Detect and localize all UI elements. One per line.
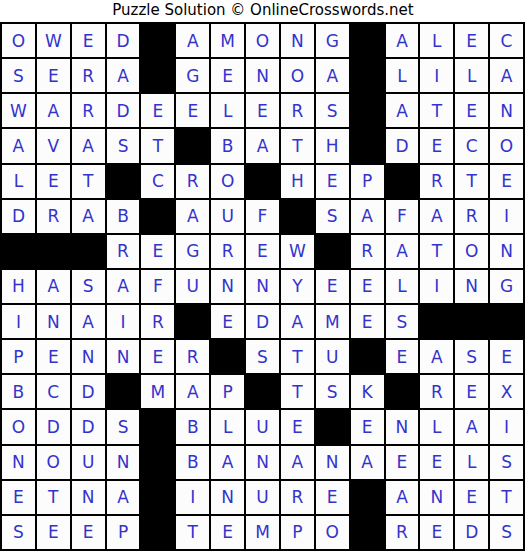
letter-cell: A — [211, 446, 244, 479]
letter-cell: S — [316, 200, 349, 233]
letter-cell: A — [72, 305, 105, 338]
letter-cell: R — [420, 375, 453, 408]
letter-cell: P — [351, 165, 384, 198]
letter-cell: P — [107, 516, 140, 549]
letter-cell: E — [37, 59, 70, 92]
crossword-grid: OWEDAMONGALECSERAGENOALILAWARDEELERSATEN… — [0, 22, 525, 551]
letter-cell: N — [455, 270, 488, 303]
black-cell — [107, 165, 140, 198]
letter-cell: N — [490, 235, 523, 268]
letter-cell: I — [420, 270, 453, 303]
letter-cell: R — [281, 481, 314, 514]
letter-cell: O — [246, 24, 279, 57]
letter-cell: P — [281, 516, 314, 549]
black-cell — [386, 375, 419, 408]
letter-cell: R — [107, 235, 140, 268]
letter-cell: N — [420, 481, 453, 514]
letter-cell: A — [107, 481, 140, 514]
black-cell — [246, 165, 279, 198]
black-cell — [351, 340, 384, 373]
letter-cell: C — [37, 375, 70, 408]
letter-cell: T — [490, 481, 523, 514]
letter-cell: M — [211, 24, 244, 57]
letter-cell: E — [37, 516, 70, 549]
letter-cell: R — [211, 235, 244, 268]
black-cell — [176, 129, 209, 162]
letter-cell: A — [107, 59, 140, 92]
letter-cell: O — [37, 446, 70, 479]
letter-cell: C — [455, 129, 488, 162]
letter-cell: W — [281, 235, 314, 268]
letter-cell: A — [246, 129, 279, 162]
letter-cell: X — [490, 375, 523, 408]
letter-cell: W — [37, 24, 70, 57]
letter-cell: I — [2, 305, 35, 338]
black-cell — [107, 375, 140, 408]
letter-cell: N — [246, 59, 279, 92]
letter-cell: A — [386, 481, 419, 514]
letter-cell: E — [316, 481, 349, 514]
letter-cell: I — [176, 481, 209, 514]
letter-cell: S — [246, 340, 279, 373]
letter-cell: M — [141, 375, 174, 408]
letter-cell: E — [351, 410, 384, 443]
letter-cell: E — [455, 375, 488, 408]
letter-cell: A — [107, 270, 140, 303]
letter-cell: D — [246, 305, 279, 338]
letter-cell: G — [316, 24, 349, 57]
letter-cell: E — [490, 165, 523, 198]
letter-cell: S — [490, 516, 523, 549]
letter-cell: N — [316, 446, 349, 479]
letter-cell: G — [176, 235, 209, 268]
letter-cell: E — [141, 94, 174, 127]
letter-cell: E — [72, 24, 105, 57]
letter-cell: E — [141, 340, 174, 373]
letter-cell: A — [176, 200, 209, 233]
letter-cell: H — [316, 129, 349, 162]
letter-cell: S — [316, 94, 349, 127]
letter-cell: A — [281, 305, 314, 338]
black-cell — [281, 200, 314, 233]
letter-cell: F — [246, 200, 279, 233]
black-cell — [2, 235, 35, 268]
letter-cell: B — [211, 129, 244, 162]
black-cell — [351, 481, 384, 514]
letter-cell: D — [455, 516, 488, 549]
letter-cell: P — [2, 340, 35, 373]
letter-cell: E — [455, 94, 488, 127]
letter-cell: E — [455, 24, 488, 57]
letter-cell: N — [211, 270, 244, 303]
letter-cell: M — [246, 516, 279, 549]
black-cell — [351, 24, 384, 57]
letter-cell: T — [72, 165, 105, 198]
letter-cell: N — [490, 94, 523, 127]
letter-cell: G — [176, 59, 209, 92]
letter-cell: L — [386, 59, 419, 92]
letter-cell: B — [2, 375, 35, 408]
letter-cell: R — [72, 94, 105, 127]
letter-cell: H — [2, 270, 35, 303]
black-cell — [351, 94, 384, 127]
black-cell — [351, 516, 384, 549]
letter-cell: L — [420, 410, 453, 443]
letter-cell: U — [246, 481, 279, 514]
letter-cell: E — [386, 340, 419, 373]
black-cell — [141, 59, 174, 92]
black-cell — [455, 305, 488, 338]
letter-cell: C — [490, 24, 523, 57]
letter-cell: V — [37, 129, 70, 162]
letter-cell: O — [316, 516, 349, 549]
letter-cell: O — [211, 165, 244, 198]
letter-cell: Y — [281, 270, 314, 303]
letter-cell: S — [490, 446, 523, 479]
letter-cell: O — [490, 129, 523, 162]
letter-cell: R — [176, 165, 209, 198]
letter-cell: R — [420, 165, 453, 198]
letter-cell: U — [72, 446, 105, 479]
letter-cell: D — [37, 410, 70, 443]
letter-cell: E — [211, 516, 244, 549]
letter-cell: O — [455, 235, 488, 268]
letter-cell: N — [246, 270, 279, 303]
letter-cell: N — [107, 446, 140, 479]
black-cell — [176, 305, 209, 338]
black-cell — [316, 410, 349, 443]
letter-cell: E — [351, 270, 384, 303]
letter-cell: E — [72, 516, 105, 549]
letter-cell: A — [72, 129, 105, 162]
black-cell — [37, 235, 70, 268]
letter-cell: A — [37, 94, 70, 127]
letter-cell: E — [37, 340, 70, 373]
black-cell — [141, 446, 174, 479]
letter-cell: B — [176, 446, 209, 479]
letter-cell: T — [141, 129, 174, 162]
letter-cell: H — [281, 165, 314, 198]
letter-cell: O — [281, 59, 314, 92]
letter-cell: D — [72, 410, 105, 443]
letter-cell: E — [455, 481, 488, 514]
letter-cell: T — [176, 516, 209, 549]
black-cell — [141, 24, 174, 57]
letter-cell: D — [2, 200, 35, 233]
letter-cell: R — [281, 94, 314, 127]
letter-cell: E — [176, 94, 209, 127]
letter-cell: A — [72, 200, 105, 233]
letter-cell: R — [455, 200, 488, 233]
letter-cell: E — [246, 235, 279, 268]
black-cell — [141, 481, 174, 514]
letter-cell: T — [420, 94, 453, 127]
letter-cell: U — [211, 200, 244, 233]
letter-cell: G — [490, 270, 523, 303]
letter-cell: I — [420, 59, 453, 92]
black-cell — [141, 516, 174, 549]
letter-cell: R — [351, 235, 384, 268]
letter-cell: S — [107, 129, 140, 162]
letter-cell: S — [2, 59, 35, 92]
letter-cell: A — [316, 59, 349, 92]
black-cell — [386, 165, 419, 198]
letter-cell: D — [107, 24, 140, 57]
letter-cell: A — [386, 24, 419, 57]
letter-cell: P — [211, 375, 244, 408]
letter-cell: A — [420, 200, 453, 233]
letter-cell: L — [2, 165, 35, 198]
letter-cell: C — [141, 165, 174, 198]
letter-cell: T — [281, 340, 314, 373]
letter-cell: S — [455, 340, 488, 373]
letter-cell: T — [37, 481, 70, 514]
letter-cell: N — [72, 340, 105, 373]
letter-cell: S — [316, 375, 349, 408]
letter-cell: N — [37, 305, 70, 338]
letter-cell: A — [386, 235, 419, 268]
letter-cell: N — [246, 446, 279, 479]
letter-cell: L — [455, 446, 488, 479]
letter-cell: A — [281, 446, 314, 479]
letter-cell: R — [37, 200, 70, 233]
letter-cell: E — [490, 340, 523, 373]
letter-cell: E — [246, 94, 279, 127]
letter-cell: A — [176, 375, 209, 408]
letter-cell: A — [2, 129, 35, 162]
letter-cell: D — [72, 375, 105, 408]
letter-cell: D — [107, 94, 140, 127]
letter-cell: N — [2, 446, 35, 479]
letter-cell: N — [281, 24, 314, 57]
letter-cell: A — [420, 340, 453, 373]
black-cell — [490, 305, 523, 338]
letter-cell: S — [72, 270, 105, 303]
letter-cell: I — [490, 410, 523, 443]
letter-cell: L — [386, 270, 419, 303]
letter-cell: E — [316, 165, 349, 198]
letter-cell: R — [72, 59, 105, 92]
letter-cell: N — [211, 481, 244, 514]
letter-cell: A — [351, 200, 384, 233]
letter-cell: R — [141, 305, 174, 338]
letter-cell: M — [316, 305, 349, 338]
letter-cell: E — [141, 235, 174, 268]
letter-cell: F — [141, 270, 174, 303]
letter-cell: S — [107, 410, 140, 443]
letter-cell: E — [351, 305, 384, 338]
letter-cell: N — [386, 410, 419, 443]
black-cell — [316, 235, 349, 268]
letter-cell: F — [386, 200, 419, 233]
letter-cell: A — [490, 59, 523, 92]
letter-cell: E — [211, 59, 244, 92]
letter-cell: R — [386, 516, 419, 549]
letter-cell: I — [107, 305, 140, 338]
letter-cell: B — [107, 200, 140, 233]
page-title: Puzzle Solution © OnlineCrosswords.net — [0, 0, 526, 22]
letter-cell: U — [176, 270, 209, 303]
letter-cell: A — [37, 270, 70, 303]
letter-cell: U — [316, 340, 349, 373]
letter-cell: W — [2, 94, 35, 127]
black-cell — [141, 200, 174, 233]
letter-cell: R — [176, 340, 209, 373]
letter-cell: A — [176, 24, 209, 57]
letter-cell: S — [386, 305, 419, 338]
letter-cell: A — [455, 410, 488, 443]
letter-cell: L — [211, 94, 244, 127]
letter-cell: O — [2, 410, 35, 443]
letter-cell: T — [281, 375, 314, 408]
black-cell — [72, 235, 105, 268]
letter-cell: E — [281, 410, 314, 443]
letter-cell: A — [386, 94, 419, 127]
letter-cell: N — [72, 481, 105, 514]
letter-cell: B — [176, 410, 209, 443]
letter-cell: D — [386, 129, 419, 162]
black-cell — [211, 340, 244, 373]
letter-cell: I — [490, 200, 523, 233]
letter-cell: L — [211, 410, 244, 443]
black-cell — [141, 410, 174, 443]
letter-cell: A — [351, 446, 384, 479]
letter-cell: N — [107, 340, 140, 373]
letter-cell: U — [246, 410, 279, 443]
letter-cell: E — [386, 446, 419, 479]
letter-cell: E — [420, 516, 453, 549]
letter-cell: E — [211, 305, 244, 338]
letter-cell: L — [455, 59, 488, 92]
black-cell — [351, 59, 384, 92]
letter-cell: E — [420, 446, 453, 479]
letter-cell: E — [37, 165, 70, 198]
letter-cell: O — [2, 24, 35, 57]
letter-cell: T — [281, 129, 314, 162]
black-cell — [420, 305, 453, 338]
letter-cell: T — [420, 235, 453, 268]
letter-cell: E — [2, 481, 35, 514]
black-cell — [351, 129, 384, 162]
letter-cell: T — [455, 165, 488, 198]
letter-cell: E — [420, 129, 453, 162]
letter-cell: K — [351, 375, 384, 408]
letter-cell: L — [420, 24, 453, 57]
black-cell — [246, 375, 279, 408]
letter-cell: E — [316, 270, 349, 303]
letter-cell: S — [2, 516, 35, 549]
